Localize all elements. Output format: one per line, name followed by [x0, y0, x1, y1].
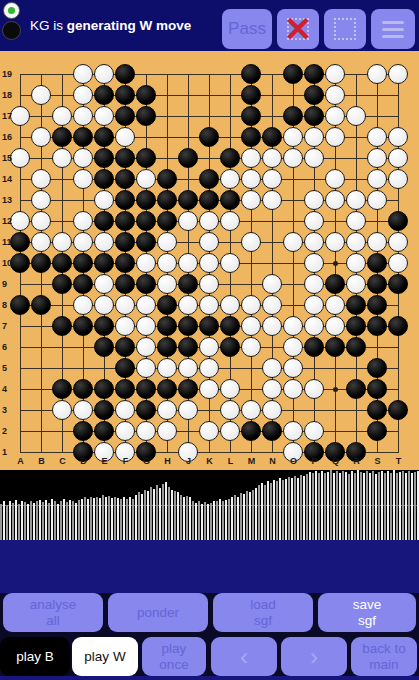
- intersection-C10[interactable]: [51, 252, 72, 273]
- intersection-K8[interactable]: [198, 294, 219, 315]
- intersection-O19[interactable]: [282, 63, 303, 84]
- intersection-B19[interactable]: [30, 63, 51, 84]
- intersection-L15[interactable]: [219, 147, 240, 168]
- intersection-N19[interactable]: [261, 63, 282, 84]
- intersection-F15[interactable]: [114, 147, 135, 168]
- intersection-M5[interactable]: [240, 357, 261, 378]
- intersection-M3[interactable]: [240, 399, 261, 420]
- intersection-F14[interactable]: [114, 168, 135, 189]
- intersection-F2[interactable]: [114, 420, 135, 441]
- intersection-B12[interactable]: [30, 210, 51, 231]
- intersection-S9[interactable]: [366, 273, 387, 294]
- intersection-G17[interactable]: [135, 105, 156, 126]
- intersection-E16[interactable]: [93, 126, 114, 147]
- intersection-F3[interactable]: [114, 399, 135, 420]
- intersection-O2[interactable]: [282, 420, 303, 441]
- intersection-B14[interactable]: [30, 168, 51, 189]
- intersection-Q13[interactable]: [324, 189, 345, 210]
- intersection-N5[interactable]: [261, 357, 282, 378]
- intersection-C13[interactable]: [51, 189, 72, 210]
- intersection-T3[interactable]: [387, 399, 408, 420]
- intersection-L10[interactable]: [219, 252, 240, 273]
- intersection-E2[interactable]: [93, 420, 114, 441]
- intersection-B11[interactable]: [30, 231, 51, 252]
- intersection-B15[interactable]: [30, 147, 51, 168]
- intersection-F17[interactable]: [114, 105, 135, 126]
- intersection-D14[interactable]: [72, 168, 93, 189]
- intersection-J13[interactable]: [177, 189, 198, 210]
- intersection-J14[interactable]: [177, 168, 198, 189]
- intersection-R18[interactable]: [345, 84, 366, 105]
- intersection-E9[interactable]: [93, 273, 114, 294]
- intersection-H2[interactable]: [156, 420, 177, 441]
- intersection-E4[interactable]: [93, 378, 114, 399]
- intersection-O16[interactable]: [282, 126, 303, 147]
- intersection-C17[interactable]: [51, 105, 72, 126]
- intersection-M19[interactable]: [240, 63, 261, 84]
- intersection-G4[interactable]: [135, 378, 156, 399]
- intersection-M13[interactable]: [240, 189, 261, 210]
- intersection-P2[interactable]: [303, 420, 324, 441]
- intersection-R15[interactable]: [345, 147, 366, 168]
- intersection-S6[interactable]: [366, 336, 387, 357]
- intersection-L17[interactable]: [219, 105, 240, 126]
- intersection-K6[interactable]: [198, 336, 219, 357]
- intersection-Q17[interactable]: [324, 105, 345, 126]
- intersection-M12[interactable]: [240, 210, 261, 231]
- intersection-Q6[interactable]: [324, 336, 345, 357]
- intersection-H7[interactable]: [156, 315, 177, 336]
- intersection-P13[interactable]: [303, 189, 324, 210]
- intersection-T5[interactable]: [387, 357, 408, 378]
- analyse-all-button[interactable]: analyseall: [3, 593, 103, 632]
- intersection-B17[interactable]: [30, 105, 51, 126]
- intersection-J7[interactable]: [177, 315, 198, 336]
- intersection-N11[interactable]: [261, 231, 282, 252]
- intersection-F19[interactable]: [114, 63, 135, 84]
- intersection-H12[interactable]: [156, 210, 177, 231]
- intersection-E5[interactable]: [93, 357, 114, 378]
- intersection-E7[interactable]: [93, 315, 114, 336]
- intersection-B18[interactable]: [30, 84, 51, 105]
- intersection-S7[interactable]: [366, 315, 387, 336]
- intersection-T19[interactable]: [387, 63, 408, 84]
- select-region-button[interactable]: [324, 9, 366, 49]
- intersection-K4[interactable]: [198, 378, 219, 399]
- intersection-K14[interactable]: [198, 168, 219, 189]
- intersection-N2[interactable]: [261, 420, 282, 441]
- intersection-D3[interactable]: [72, 399, 93, 420]
- intersection-C3[interactable]: [51, 399, 72, 420]
- intersection-S5[interactable]: [366, 357, 387, 378]
- intersection-S8[interactable]: [366, 294, 387, 315]
- intersection-D18[interactable]: [72, 84, 93, 105]
- intersection-T8[interactable]: [387, 294, 408, 315]
- intersection-P17[interactable]: [303, 105, 324, 126]
- intersection-Q16[interactable]: [324, 126, 345, 147]
- intersection-R5[interactable]: [345, 357, 366, 378]
- intersection-Q8[interactable]: [324, 294, 345, 315]
- intersection-T11[interactable]: [387, 231, 408, 252]
- intersection-G7[interactable]: [135, 315, 156, 336]
- intersection-G3[interactable]: [135, 399, 156, 420]
- intersection-P16[interactable]: [303, 126, 324, 147]
- intersection-K5[interactable]: [198, 357, 219, 378]
- intersection-G12[interactable]: [135, 210, 156, 231]
- intersection-H10[interactable]: [156, 252, 177, 273]
- intersection-K11[interactable]: [198, 231, 219, 252]
- menu-button[interactable]: [371, 9, 415, 49]
- intersection-S4[interactable]: [366, 378, 387, 399]
- intersection-L3[interactable]: [219, 399, 240, 420]
- intersection-K16[interactable]: [198, 126, 219, 147]
- intersection-J8[interactable]: [177, 294, 198, 315]
- intersection-J15[interactable]: [177, 147, 198, 168]
- intersection-F6[interactable]: [114, 336, 135, 357]
- intersection-D15[interactable]: [72, 147, 93, 168]
- intersection-G2[interactable]: [135, 420, 156, 441]
- intersection-K19[interactable]: [198, 63, 219, 84]
- intersection-T9[interactable]: [387, 273, 408, 294]
- intersection-R14[interactable]: [345, 168, 366, 189]
- intersection-L13[interactable]: [219, 189, 240, 210]
- intersection-T6[interactable]: [387, 336, 408, 357]
- intersection-S15[interactable]: [366, 147, 387, 168]
- intersection-L18[interactable]: [219, 84, 240, 105]
- intersection-M17[interactable]: [240, 105, 261, 126]
- previous-move-button[interactable]: ‹: [211, 637, 277, 676]
- intersection-L19[interactable]: [219, 63, 240, 84]
- intersection-H18[interactable]: [156, 84, 177, 105]
- intersection-K17[interactable]: [198, 105, 219, 126]
- intersection-S2[interactable]: [366, 420, 387, 441]
- intersection-B3[interactable]: [30, 399, 51, 420]
- intersection-Q7[interactable]: [324, 315, 345, 336]
- intersection-N4[interactable]: [261, 378, 282, 399]
- intersection-Q19[interactable]: [324, 63, 345, 84]
- intersection-L8[interactable]: [219, 294, 240, 315]
- intersection-R9[interactable]: [345, 273, 366, 294]
- intersection-T2[interactable]: [387, 420, 408, 441]
- intersection-R7[interactable]: [345, 315, 366, 336]
- intersection-T10[interactable]: [387, 252, 408, 273]
- intersection-H16[interactable]: [156, 126, 177, 147]
- intersection-G14[interactable]: [135, 168, 156, 189]
- intersection-M18[interactable]: [240, 84, 261, 105]
- intersection-L9[interactable]: [219, 273, 240, 294]
- intersection-R10[interactable]: [345, 252, 366, 273]
- intersection-P12[interactable]: [303, 210, 324, 231]
- intersection-F16[interactable]: [114, 126, 135, 147]
- intersection-N13[interactable]: [261, 189, 282, 210]
- intersection-P18[interactable]: [303, 84, 324, 105]
- intersection-C18[interactable]: [51, 84, 72, 105]
- intersection-P4[interactable]: [303, 378, 324, 399]
- intersection-K12[interactable]: [198, 210, 219, 231]
- intersection-B6[interactable]: [30, 336, 51, 357]
- intersection-M6[interactable]: [240, 336, 261, 357]
- intersection-L7[interactable]: [219, 315, 240, 336]
- intersection-G6[interactable]: [135, 336, 156, 357]
- intersection-O8[interactable]: [282, 294, 303, 315]
- intersection-M15[interactable]: [240, 147, 261, 168]
- intersection-R17[interactable]: [345, 105, 366, 126]
- intersection-N9[interactable]: [261, 273, 282, 294]
- intersection-N16[interactable]: [261, 126, 282, 147]
- intersection-P7[interactable]: [303, 315, 324, 336]
- intersection-H9[interactable]: [156, 273, 177, 294]
- intersection-D17[interactable]: [72, 105, 93, 126]
- intersection-J9[interactable]: [177, 273, 198, 294]
- intersection-N8[interactable]: [261, 294, 282, 315]
- intersection-F4[interactable]: [114, 378, 135, 399]
- intersection-Q11[interactable]: [324, 231, 345, 252]
- intersection-H19[interactable]: [156, 63, 177, 84]
- intersection-Q2[interactable]: [324, 420, 345, 441]
- intersection-P8[interactable]: [303, 294, 324, 315]
- intersection-G16[interactable]: [135, 126, 156, 147]
- intersection-G13[interactable]: [135, 189, 156, 210]
- intersection-S10[interactable]: [366, 252, 387, 273]
- intersection-M11[interactable]: [240, 231, 261, 252]
- intersection-H17[interactable]: [156, 105, 177, 126]
- intersection-D12[interactable]: [72, 210, 93, 231]
- intersection-C19[interactable]: [51, 63, 72, 84]
- back-to-main-button[interactable]: back tomain: [351, 637, 417, 676]
- intersection-C8[interactable]: [51, 294, 72, 315]
- intersection-D9[interactable]: [72, 273, 93, 294]
- intersection-G19[interactable]: [135, 63, 156, 84]
- intersection-K9[interactable]: [198, 273, 219, 294]
- play-black-button[interactable]: play B: [0, 637, 70, 676]
- intersection-R4[interactable]: [345, 378, 366, 399]
- intersection-H13[interactable]: [156, 189, 177, 210]
- intersection-Q18[interactable]: [324, 84, 345, 105]
- intersection-F12[interactable]: [114, 210, 135, 231]
- intersection-S16[interactable]: [366, 126, 387, 147]
- ponder-button[interactable]: ponder: [108, 593, 208, 632]
- intersection-E15[interactable]: [93, 147, 114, 168]
- intersection-H3[interactable]: [156, 399, 177, 420]
- intersection-L2[interactable]: [219, 420, 240, 441]
- intersection-O9[interactable]: [282, 273, 303, 294]
- intersection-E3[interactable]: [93, 399, 114, 420]
- intersection-J16[interactable]: [177, 126, 198, 147]
- intersection-T16[interactable]: [387, 126, 408, 147]
- intersection-S12[interactable]: [366, 210, 387, 231]
- intersection-J12[interactable]: [177, 210, 198, 231]
- intersection-T18[interactable]: [387, 84, 408, 105]
- intersection-E8[interactable]: [93, 294, 114, 315]
- intersection-F7[interactable]: [114, 315, 135, 336]
- intersection-G10[interactable]: [135, 252, 156, 273]
- intersection-O14[interactable]: [282, 168, 303, 189]
- intersection-J3[interactable]: [177, 399, 198, 420]
- intersection-C7[interactable]: [51, 315, 72, 336]
- intersection-B9[interactable]: [30, 273, 51, 294]
- intersection-G9[interactable]: [135, 273, 156, 294]
- intersection-D2[interactable]: [72, 420, 93, 441]
- intersection-N10[interactable]: [261, 252, 282, 273]
- intersection-G15[interactable]: [135, 147, 156, 168]
- intersection-K15[interactable]: [198, 147, 219, 168]
- intersection-B8[interactable]: [30, 294, 51, 315]
- intersection-B4[interactable]: [30, 378, 51, 399]
- winrate-graph[interactable]: [0, 470, 419, 540]
- intersection-C9[interactable]: [51, 273, 72, 294]
- intersection-S19[interactable]: [366, 63, 387, 84]
- intersection-P11[interactable]: [303, 231, 324, 252]
- intersection-B16[interactable]: [30, 126, 51, 147]
- intersection-R12[interactable]: [345, 210, 366, 231]
- intersection-R3[interactable]: [345, 399, 366, 420]
- intersection-O15[interactable]: [282, 147, 303, 168]
- intersection-E11[interactable]: [93, 231, 114, 252]
- intersection-O13[interactable]: [282, 189, 303, 210]
- intersection-S11[interactable]: [366, 231, 387, 252]
- intersection-J4[interactable]: [177, 378, 198, 399]
- intersection-D6[interactable]: [72, 336, 93, 357]
- intersection-K13[interactable]: [198, 189, 219, 210]
- intersection-N18[interactable]: [261, 84, 282, 105]
- intersection-Q5[interactable]: [324, 357, 345, 378]
- intersection-P9[interactable]: [303, 273, 324, 294]
- intersection-E19[interactable]: [93, 63, 114, 84]
- intersection-P5[interactable]: [303, 357, 324, 378]
- intersection-Q10[interactable]: [324, 252, 345, 273]
- intersection-E17[interactable]: [93, 105, 114, 126]
- intersection-Q12[interactable]: [324, 210, 345, 231]
- play-once-button[interactable]: playonce: [142, 637, 206, 676]
- intersection-F18[interactable]: [114, 84, 135, 105]
- intersection-H5[interactable]: [156, 357, 177, 378]
- intersection-B2[interactable]: [30, 420, 51, 441]
- intersection-R13[interactable]: [345, 189, 366, 210]
- intersection-H11[interactable]: [156, 231, 177, 252]
- play-white-button[interactable]: play W: [72, 637, 138, 676]
- intersection-P15[interactable]: [303, 147, 324, 168]
- intersection-D16[interactable]: [72, 126, 93, 147]
- intersection-J10[interactable]: [177, 252, 198, 273]
- intersection-J2[interactable]: [177, 420, 198, 441]
- intersection-Q9[interactable]: [324, 273, 345, 294]
- pass-button[interactable]: Pass: [222, 9, 272, 49]
- intersection-R2[interactable]: [345, 420, 366, 441]
- next-move-button[interactable]: ›: [281, 637, 347, 676]
- intersection-L16[interactable]: [219, 126, 240, 147]
- intersection-O10[interactable]: [282, 252, 303, 273]
- intersection-R19[interactable]: [345, 63, 366, 84]
- intersection-Q4[interactable]: [324, 378, 345, 399]
- intersection-O7[interactable]: [282, 315, 303, 336]
- intersection-R6[interactable]: [345, 336, 366, 357]
- intersection-C6[interactable]: [51, 336, 72, 357]
- intersection-F9[interactable]: [114, 273, 135, 294]
- intersection-T12[interactable]: [387, 210, 408, 231]
- intersection-E18[interactable]: [93, 84, 114, 105]
- intersection-N7[interactable]: [261, 315, 282, 336]
- intersection-F11[interactable]: [114, 231, 135, 252]
- intersection-F10[interactable]: [114, 252, 135, 273]
- intersection-M2[interactable]: [240, 420, 261, 441]
- intersection-K18[interactable]: [198, 84, 219, 105]
- save-sgf-button[interactable]: savesgf: [318, 593, 416, 632]
- intersection-H4[interactable]: [156, 378, 177, 399]
- intersection-P6[interactable]: [303, 336, 324, 357]
- intersection-S17[interactable]: [366, 105, 387, 126]
- intersection-O4[interactable]: [282, 378, 303, 399]
- intersection-D8[interactable]: [72, 294, 93, 315]
- intersection-M10[interactable]: [240, 252, 261, 273]
- intersection-L5[interactable]: [219, 357, 240, 378]
- intersection-O3[interactable]: [282, 399, 303, 420]
- intersection-M4[interactable]: [240, 378, 261, 399]
- intersection-T17[interactable]: [387, 105, 408, 126]
- intersection-G11[interactable]: [135, 231, 156, 252]
- intersection-G18[interactable]: [135, 84, 156, 105]
- intersection-D10[interactable]: [72, 252, 93, 273]
- intersection-H6[interactable]: [156, 336, 177, 357]
- intersection-H14[interactable]: [156, 168, 177, 189]
- intersection-O5[interactable]: [282, 357, 303, 378]
- intersection-Q3[interactable]: [324, 399, 345, 420]
- intersection-D11[interactable]: [72, 231, 93, 252]
- intersection-D19[interactable]: [72, 63, 93, 84]
- intersection-G5[interactable]: [135, 357, 156, 378]
- intersection-O17[interactable]: [282, 105, 303, 126]
- intersection-M9[interactable]: [240, 273, 261, 294]
- intersection-J18[interactable]: [177, 84, 198, 105]
- intersection-K7[interactable]: [198, 315, 219, 336]
- intersection-N6[interactable]: [261, 336, 282, 357]
- intersection-K10[interactable]: [198, 252, 219, 273]
- intersection-Q14[interactable]: [324, 168, 345, 189]
- intersection-O12[interactable]: [282, 210, 303, 231]
- intersection-M8[interactable]: [240, 294, 261, 315]
- load-sgf-button[interactable]: loadsgf: [213, 593, 313, 632]
- intersection-T13[interactable]: [387, 189, 408, 210]
- intersection-M16[interactable]: [240, 126, 261, 147]
- intersection-C5[interactable]: [51, 357, 72, 378]
- intersection-L11[interactable]: [219, 231, 240, 252]
- intersection-H8[interactable]: [156, 294, 177, 315]
- intersection-L12[interactable]: [219, 210, 240, 231]
- intersection-J19[interactable]: [177, 63, 198, 84]
- intersection-S3[interactable]: [366, 399, 387, 420]
- intersection-C15[interactable]: [51, 147, 72, 168]
- intersection-N3[interactable]: [261, 399, 282, 420]
- intersection-F13[interactable]: [114, 189, 135, 210]
- intersection-O6[interactable]: [282, 336, 303, 357]
- intersection-L14[interactable]: [219, 168, 240, 189]
- intersection-D13[interactable]: [72, 189, 93, 210]
- intersection-T14[interactable]: [387, 168, 408, 189]
- intersection-E13[interactable]: [93, 189, 114, 210]
- intersection-P19[interactable]: [303, 63, 324, 84]
- intersection-C16[interactable]: [51, 126, 72, 147]
- intersection-P14[interactable]: [303, 168, 324, 189]
- intersection-S13[interactable]: [366, 189, 387, 210]
- intersection-R8[interactable]: [345, 294, 366, 315]
- intersection-O11[interactable]: [282, 231, 303, 252]
- intersection-D5[interactable]: [72, 357, 93, 378]
- intersection-H15[interactable]: [156, 147, 177, 168]
- intersection-O18[interactable]: [282, 84, 303, 105]
- intersection-S18[interactable]: [366, 84, 387, 105]
- intersection-B10[interactable]: [30, 252, 51, 273]
- intersection-C12[interactable]: [51, 210, 72, 231]
- intersection-B7[interactable]: [30, 315, 51, 336]
